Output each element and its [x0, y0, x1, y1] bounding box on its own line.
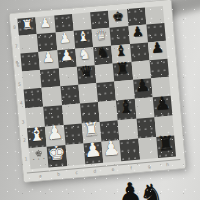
- square-g3: [134, 97, 154, 118]
- file-label-g: g: [140, 164, 159, 170]
- square-e6: ♞: [93, 45, 113, 65]
- square-d1: ♟: [83, 141, 103, 164]
- file-label-a: a: [31, 174, 50, 180]
- piece-bR-h1: ♜: [156, 134, 175, 155]
- square-d4: [78, 83, 98, 104]
- logo-crown-icon: ♚: [30, 149, 48, 159]
- captured-piece-bN: ♞: [139, 181, 165, 200]
- piece-bP-h6: ♟: [150, 40, 164, 56]
- square-a7: [19, 34, 39, 53]
- piece-wP-d1: ♟: [83, 140, 102, 161]
- piece-wP-b2: ♟: [46, 123, 64, 143]
- file-label-h: h: [158, 162, 177, 168]
- board-grid: ♜♟♚♟♝♛♟♟♟♞♞♝♟♛♜♟♝♟♝♟♜♚♟♟♜: [17, 6, 176, 169]
- square-h3: ♟: [153, 96, 173, 117]
- registered-trademark-icon: ®: [15, 60, 19, 65]
- piece-bB-f3: ♝: [117, 98, 134, 117]
- square-b4: [42, 86, 62, 107]
- piece-wN-d6: ♞: [78, 47, 92, 63]
- board-logo-icon: ♚ • • •: [30, 149, 48, 163]
- piece-wB-d7: ♝: [76, 30, 89, 45]
- square-b8: ♟: [36, 16, 56, 35]
- square-e1: ♟: [101, 140, 121, 163]
- square-h5: [149, 58, 169, 78]
- piece-wP-b8: ♟: [39, 16, 52, 30]
- square-c1: [65, 143, 85, 166]
- square-e5: [95, 63, 115, 83]
- piece-bR-f5: ♜: [115, 61, 130, 78]
- square-f2: [118, 118, 138, 140]
- square-c5: [58, 66, 78, 86]
- square-h6: ♟: [148, 40, 168, 60]
- square-h8: [145, 6, 165, 25]
- square-f5: ♜: [113, 61, 133, 81]
- file-label-b: b: [49, 172, 68, 178]
- square-a2: ♝: [27, 126, 47, 148]
- square-c6: ♟: [57, 48, 77, 68]
- piece-bP-g7: ♟: [131, 25, 144, 40]
- square-f3: ♝: [116, 99, 136, 120]
- square-b1: ♚: [47, 145, 67, 168]
- square-e4: [96, 81, 116, 102]
- square-c2: [63, 123, 83, 145]
- square-f8: ♚: [108, 9, 128, 28]
- square-a5: [22, 69, 42, 89]
- square-g6: [129, 42, 149, 62]
- square-a8: ♜: [17, 17, 37, 36]
- chessboard-photo: 87654321 ® ♜♟♚♟♝♛♟♟♟♞♞♝♟♛♜♟♝♟♝♟♜♚♟♟♜ abc…: [0, 0, 200, 200]
- square-b6: ♟: [39, 50, 59, 70]
- file-label-d: d: [86, 169, 105, 175]
- square-g2: [136, 117, 156, 139]
- piece-bP-h3: ♟: [154, 95, 171, 114]
- piece-bK-f8: ♚: [112, 9, 125, 23]
- file-label-c: c: [67, 170, 86, 176]
- square-d5: ♛: [77, 65, 97, 85]
- square-a6: [20, 51, 40, 71]
- piece-wR-d2: ♜: [82, 120, 100, 140]
- piece-bQ-d5: ♛: [79, 64, 94, 81]
- square-g4: ♟: [133, 78, 153, 99]
- piece-wR-a8: ♜: [21, 17, 34, 31]
- piece-wP-c6: ♟: [59, 48, 73, 64]
- piece-wK-b1: ♚: [47, 143, 66, 164]
- square-e3: [98, 100, 118, 121]
- square-f1: [120, 138, 140, 161]
- square-b5: [40, 68, 60, 88]
- chessboard: 87654321 ® ♜♟♚♟♝♛♟♟♟♞♞♝♟♛♜♟♝♟♝♟♜♚♟♟♜ abc…: [9, 0, 186, 183]
- square-c4: [60, 85, 80, 106]
- piece-wP-e1: ♟: [102, 139, 121, 160]
- captured-piece-bP: ♟: [117, 178, 143, 200]
- piece-wP-c7: ♟: [58, 31, 71, 46]
- square-g7: ♟: [128, 25, 148, 44]
- piece-wB-a2: ♝: [28, 125, 46, 145]
- piece-bB-f6: ♝: [114, 44, 128, 60]
- piece-wQ-e7: ♛: [95, 28, 108, 43]
- piece-wP-b6: ♟: [41, 50, 55, 66]
- square-h1: ♜: [156, 135, 176, 158]
- piece-bN-e6: ♞: [96, 45, 110, 61]
- square-a4: [24, 88, 44, 109]
- file-label-f: f: [122, 166, 141, 172]
- piece-bP-g4: ♟: [134, 78, 150, 96]
- square-c3: [62, 104, 82, 125]
- file-label-e: e: [104, 167, 123, 173]
- square-g1: [138, 137, 158, 160]
